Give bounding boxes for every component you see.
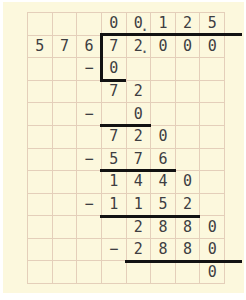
digit-cell: 7 <box>53 36 78 59</box>
underline-step-4 <box>100 215 201 218</box>
digit-cell: 0 <box>151 36 176 59</box>
worksheet-sheet: 00.12557672.000−072−0720−5761440−1152288… <box>3 2 244 293</box>
grid-cell-empty <box>200 81 225 104</box>
grid-cell-empty <box>151 103 176 126</box>
grid-cell-empty <box>53 58 78 81</box>
grid-cell-empty <box>53 103 78 126</box>
grid-cell-empty <box>28 13 53 36</box>
digit-cell: 2 <box>176 194 201 217</box>
digit-cell: 7 <box>102 36 127 59</box>
decimal-point: . <box>140 41 149 56</box>
digit-cell: 0 <box>176 171 201 194</box>
grid-cell-empty <box>102 216 127 239</box>
digit-cell: 2 <box>127 126 152 149</box>
digit-cell: 1 <box>102 171 127 194</box>
digit-cell: 2. <box>127 36 152 59</box>
grid-cell-empty <box>200 149 225 172</box>
digit-cell: 4 <box>151 171 176 194</box>
grid-cell-empty <box>28 103 53 126</box>
digit-cell: 0 <box>102 58 127 81</box>
decimal-point: . <box>140 19 149 34</box>
digit-cell: 0 <box>176 36 201 59</box>
digit-cell: 5 <box>28 36 53 59</box>
minus-sign-cell: − <box>77 103 102 126</box>
digit-cell: 6 <box>77 36 102 59</box>
digit-cell: 7 <box>102 81 127 104</box>
digit-cell: 8 <box>176 239 201 262</box>
grid-cell-empty <box>200 171 225 194</box>
grid-cell-empty <box>200 103 225 126</box>
grid-cell-empty <box>200 58 225 81</box>
digit-cell: 0 <box>200 216 225 239</box>
digit-cell: 0 <box>200 261 225 284</box>
digit-cell: 4 <box>127 171 152 194</box>
grid-cell-empty <box>176 149 201 172</box>
underline-step-3 <box>100 169 176 172</box>
grid-cell-empty <box>77 13 102 36</box>
grid-cell-empty <box>28 194 53 217</box>
grid-cell-empty <box>102 261 127 284</box>
grid-cell-empty <box>77 261 102 284</box>
digit-cell: 8 <box>151 239 176 262</box>
grid-cell-empty <box>77 171 102 194</box>
grid-cell-empty <box>102 103 127 126</box>
grid-cell-empty <box>176 103 201 126</box>
grid-cell-empty <box>53 149 78 172</box>
grid-cell-empty <box>53 261 78 284</box>
grid-cell-empty <box>200 194 225 217</box>
digit-cell: 2 <box>127 239 152 262</box>
grid-cell-empty <box>176 58 201 81</box>
grid-cell-empty <box>176 261 201 284</box>
underline-step-2 <box>100 124 151 127</box>
grid-cell-empty <box>151 58 176 81</box>
grid-cell-empty <box>151 261 176 284</box>
division-bracket-bar <box>100 34 103 81</box>
worksheet-image: 00.12557672.000−072−0720−5761440−1152288… <box>0 0 246 300</box>
minus-sign-cell: − <box>77 194 102 217</box>
grid-cell-empty <box>53 126 78 149</box>
division-bracket-top <box>100 33 242 36</box>
digit-cell: 0 <box>200 239 225 262</box>
grid-cell-empty <box>28 126 53 149</box>
digit-cell: 0 <box>200 36 225 59</box>
grid-cell-empty <box>176 126 201 149</box>
grid-cell-empty <box>28 216 53 239</box>
digit-cell: 7 <box>102 126 127 149</box>
digit-cell: 0 <box>127 103 152 126</box>
underline-step-1 <box>100 79 126 82</box>
grid-cell-empty <box>77 81 102 104</box>
digit-cell: 2 <box>127 81 152 104</box>
grid-cell-empty <box>53 81 78 104</box>
digit-cell: 6 <box>151 149 176 172</box>
grid-cell-empty <box>151 81 176 104</box>
grid-cell-empty <box>127 261 152 284</box>
grid-cell-empty <box>53 171 78 194</box>
grid-cell-empty <box>77 126 102 149</box>
grid-cell-empty <box>28 81 53 104</box>
minus-sign-cell: − <box>77 149 102 172</box>
grid-cell-empty <box>77 239 102 262</box>
minus-sign-cell: − <box>77 58 102 81</box>
grid-cell-empty <box>53 216 78 239</box>
grid-cell-empty <box>53 13 78 36</box>
minus-sign-cell: − <box>102 239 127 262</box>
long-division-grid: 00.12557672.000−072−0720−5761440−1152288… <box>27 12 225 284</box>
grid-cell-empty <box>53 194 78 217</box>
digit-cell: 7 <box>127 149 152 172</box>
grid-cell-empty <box>28 58 53 81</box>
grid-cell-empty <box>176 81 201 104</box>
grid-cell-empty <box>28 171 53 194</box>
underline-step-5 <box>125 260 243 263</box>
grid-cell-empty <box>77 216 102 239</box>
grid-cell-empty <box>200 126 225 149</box>
grid-cell-empty <box>127 58 152 81</box>
digit-cell: 2 <box>127 216 152 239</box>
digit-cell: 8 <box>151 216 176 239</box>
grid-cell-empty <box>28 261 53 284</box>
digit-cell: 8 <box>176 216 201 239</box>
grid-cell-empty <box>28 149 53 172</box>
digit-cell: 1 <box>127 194 152 217</box>
digit-cell: 0 <box>151 126 176 149</box>
digit-cell: 5 <box>102 149 127 172</box>
digit-cell: 1 <box>102 194 127 217</box>
digit-cell: 5 <box>151 194 176 217</box>
grid-cell-empty <box>28 239 53 262</box>
grid-cell-empty <box>53 239 78 262</box>
